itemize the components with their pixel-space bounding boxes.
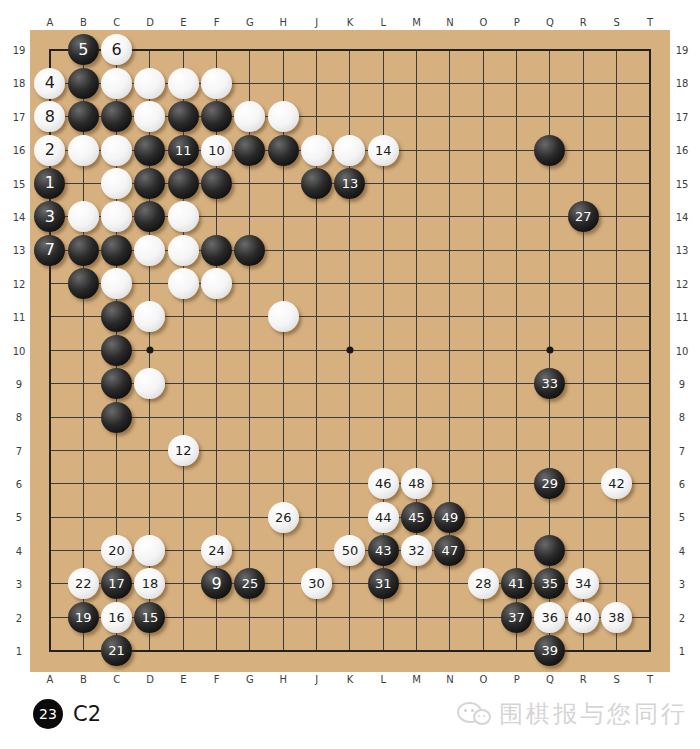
hoshi-Q10 <box>546 347 553 354</box>
coord-bottom-H: H <box>280 674 288 685</box>
point-A5 <box>33 501 66 534</box>
point-B1 <box>67 634 100 667</box>
point-A19 <box>33 33 66 66</box>
watermark-text: 围棋报与您同行 <box>499 698 688 730</box>
black-stone-F3: 9 <box>201 568 232 599</box>
point-B19: 5 <box>67 33 100 66</box>
point-J15 <box>300 167 333 200</box>
point-B9 <box>67 367 100 400</box>
point-H11 <box>267 300 300 333</box>
point-H5: 26 <box>267 501 300 534</box>
coord-right-5: 5 <box>679 512 685 523</box>
point-L4: 43 <box>367 534 400 567</box>
point-A15: 1 <box>33 167 66 200</box>
coord-right-12: 12 <box>676 278 689 289</box>
point-T16 <box>633 133 666 166</box>
point-O3: 28 <box>467 567 500 600</box>
point-G4 <box>233 534 266 567</box>
point-R18 <box>567 67 600 100</box>
move-caption: 23 C2 <box>33 699 101 729</box>
point-O8 <box>467 400 500 433</box>
point-B16 <box>67 133 100 166</box>
white-stone-H5: 26 <box>268 502 299 533</box>
point-K14 <box>333 200 366 233</box>
coord-right-14: 14 <box>676 211 689 222</box>
stone-label: 13 <box>342 177 359 190</box>
black-stone-B18 <box>68 68 99 99</box>
point-A13: 7 <box>33 234 66 267</box>
point-P10 <box>500 334 533 367</box>
point-K4: 50 <box>333 534 366 567</box>
point-N5: 49 <box>433 501 466 534</box>
point-Q12 <box>533 267 566 300</box>
black-stone-K15: 13 <box>334 168 365 199</box>
coord-left-6: 6 <box>16 479 22 490</box>
black-stone-D16 <box>134 135 165 166</box>
black-stone-R14: 27 <box>568 201 599 232</box>
coord-top-R: R <box>580 17 587 28</box>
coord-bottom-L: L <box>381 674 387 685</box>
white-stone-A16: 2 <box>34 135 65 166</box>
stone-label: 4 <box>45 75 55 91</box>
coord-bottom-K: K <box>347 674 354 685</box>
coord-right-19: 19 <box>676 45 689 56</box>
point-K12 <box>333 267 366 300</box>
point-G1 <box>233 634 266 667</box>
point-R2: 40 <box>567 601 600 634</box>
white-stone-A17: 8 <box>34 101 65 132</box>
point-S7 <box>600 434 633 467</box>
point-D2: 15 <box>133 601 166 634</box>
point-M13 <box>400 234 433 267</box>
point-B17 <box>67 100 100 133</box>
point-O16 <box>467 133 500 166</box>
coord-left-12: 12 <box>13 278 26 289</box>
stone-label: 32 <box>408 544 425 557</box>
point-O9 <box>467 367 500 400</box>
point-K8 <box>333 400 366 433</box>
point-S17 <box>600 100 633 133</box>
point-G19 <box>233 33 266 66</box>
white-stone-D18 <box>134 68 165 99</box>
coord-top-D: D <box>146 17 154 28</box>
stone-label: 39 <box>542 644 559 657</box>
point-K16 <box>333 133 366 166</box>
point-L13 <box>367 234 400 267</box>
board-grid: 5648211101411332773312464829422644454920… <box>33 33 666 667</box>
white-stone-M4: 32 <box>401 535 432 566</box>
point-E15 <box>167 167 200 200</box>
point-J14 <box>300 200 333 233</box>
point-S12 <box>600 267 633 300</box>
white-stone-C19: 6 <box>101 34 132 65</box>
point-N10 <box>433 334 466 367</box>
point-H2 <box>267 601 300 634</box>
point-N17 <box>433 100 466 133</box>
point-K15: 13 <box>333 167 366 200</box>
point-E18 <box>167 67 200 100</box>
point-T8 <box>633 400 666 433</box>
point-A18: 4 <box>33 67 66 100</box>
point-D13 <box>133 234 166 267</box>
point-F2 <box>200 601 233 634</box>
point-T12 <box>633 267 666 300</box>
point-F7 <box>200 434 233 467</box>
point-M3 <box>400 567 433 600</box>
point-P15 <box>500 167 533 200</box>
point-E1 <box>167 634 200 667</box>
point-M6: 48 <box>400 467 433 500</box>
point-A8 <box>33 400 66 433</box>
point-E2 <box>167 601 200 634</box>
point-O12 <box>467 267 500 300</box>
point-G15 <box>233 167 266 200</box>
stone-label: 8 <box>45 109 55 125</box>
coord-right-13: 13 <box>676 245 689 256</box>
point-E9 <box>167 367 200 400</box>
point-J5 <box>300 501 333 534</box>
white-stone-L16: 14 <box>368 135 399 166</box>
stone-label: 17 <box>108 577 125 590</box>
point-J18 <box>300 67 333 100</box>
black-stone-F17 <box>201 101 232 132</box>
stone-label: 46 <box>375 477 392 490</box>
point-J17 <box>300 100 333 133</box>
coord-top-N: N <box>446 17 453 28</box>
point-O15 <box>467 167 500 200</box>
point-Q5 <box>533 501 566 534</box>
stone-label: 1 <box>45 175 55 191</box>
stone-label: 35 <box>542 577 559 590</box>
point-S18 <box>600 67 633 100</box>
coord-right-16: 16 <box>676 145 689 156</box>
point-T19 <box>633 33 666 66</box>
point-R13 <box>567 234 600 267</box>
point-G11 <box>233 300 266 333</box>
point-K9 <box>333 367 366 400</box>
point-N1 <box>433 634 466 667</box>
point-C2: 16 <box>100 601 133 634</box>
point-E10 <box>167 334 200 367</box>
point-C15 <box>100 167 133 200</box>
point-A7 <box>33 434 66 467</box>
point-Q4 <box>533 534 566 567</box>
white-stone-K16 <box>334 135 365 166</box>
point-M19 <box>400 33 433 66</box>
white-stone-E13 <box>168 235 199 266</box>
black-stone-B13 <box>68 235 99 266</box>
coord-right-9: 9 <box>679 378 685 389</box>
point-D8 <box>133 400 166 433</box>
point-Q10 <box>533 334 566 367</box>
point-E13 <box>167 234 200 267</box>
point-H19 <box>267 33 300 66</box>
point-L16: 14 <box>367 133 400 166</box>
point-C7 <box>100 434 133 467</box>
coord-left-10: 10 <box>13 345 26 356</box>
stone-label: 28 <box>475 577 492 590</box>
coord-left-7: 7 <box>16 445 22 456</box>
coord-left-14: 14 <box>13 211 26 222</box>
point-F3: 9 <box>200 567 233 600</box>
coord-top-C: C <box>113 17 120 28</box>
black-stone-A15: 1 <box>34 168 65 199</box>
point-N7 <box>433 434 466 467</box>
stone-label: 19 <box>75 611 92 624</box>
point-N3 <box>433 567 466 600</box>
go-diagram-page: 5648211101411332773312464829422644454920… <box>0 0 700 749</box>
point-S19 <box>600 33 633 66</box>
point-N6 <box>433 467 466 500</box>
coord-top-Q: Q <box>546 17 554 28</box>
point-A2 <box>33 601 66 634</box>
coord-left-17: 17 <box>13 111 26 122</box>
point-T7 <box>633 434 666 467</box>
point-P19 <box>500 33 533 66</box>
point-R17 <box>567 100 600 133</box>
point-L3: 31 <box>367 567 400 600</box>
black-stone-C3: 17 <box>101 568 132 599</box>
point-P7 <box>500 434 533 467</box>
point-P17 <box>500 100 533 133</box>
point-L19 <box>367 33 400 66</box>
point-H3 <box>267 567 300 600</box>
white-stone-S6: 42 <box>601 468 632 499</box>
point-S6: 42 <box>600 467 633 500</box>
stone-label: 45 <box>408 511 425 524</box>
point-N2 <box>433 601 466 634</box>
black-stone-Q9: 33 <box>534 368 565 399</box>
point-M7 <box>400 434 433 467</box>
point-S11 <box>600 300 633 333</box>
point-K10 <box>333 334 366 367</box>
point-T14 <box>633 200 666 233</box>
point-K2 <box>333 601 366 634</box>
point-Q7 <box>533 434 566 467</box>
point-C13 <box>100 234 133 267</box>
coord-right-8: 8 <box>679 412 685 423</box>
stone-label: 33 <box>542 377 559 390</box>
point-N15 <box>433 167 466 200</box>
coord-right-7: 7 <box>679 445 685 456</box>
stone-label: 25 <box>242 577 259 590</box>
point-T15 <box>633 167 666 200</box>
point-N13 <box>433 234 466 267</box>
point-D10 <box>133 334 166 367</box>
point-C3: 17 <box>100 567 133 600</box>
point-E8 <box>167 400 200 433</box>
white-stone-C2: 16 <box>101 602 132 633</box>
black-stone-F15 <box>201 168 232 199</box>
point-G5 <box>233 501 266 534</box>
point-G7 <box>233 434 266 467</box>
point-Q3: 35 <box>533 567 566 600</box>
black-stone-C17 <box>101 101 132 132</box>
stone-label: 50 <box>342 544 359 557</box>
point-H9 <box>267 367 300 400</box>
point-Q15 <box>533 167 566 200</box>
white-stone-R3: 34 <box>568 568 599 599</box>
point-B11 <box>67 300 100 333</box>
coord-top-L: L <box>381 17 387 28</box>
point-K6 <box>333 467 366 500</box>
stone-label: 41 <box>508 577 525 590</box>
point-F18 <box>200 67 233 100</box>
point-G18 <box>233 67 266 100</box>
coord-left-5: 5 <box>16 512 22 523</box>
point-K5 <box>333 501 366 534</box>
point-B10 <box>67 334 100 367</box>
point-F11 <box>200 300 233 333</box>
stone-label: 6 <box>112 42 122 58</box>
point-Q17 <box>533 100 566 133</box>
point-R9 <box>567 367 600 400</box>
stone-label: 40 <box>575 611 592 624</box>
white-stone-C12 <box>101 268 132 299</box>
point-K13 <box>333 234 366 267</box>
white-stone-E7: 12 <box>168 435 199 466</box>
hoshi-D10 <box>146 347 153 354</box>
point-N9 <box>433 367 466 400</box>
watermark: 围棋报与您同行 <box>457 698 688 730</box>
point-T4 <box>633 534 666 567</box>
coord-top-H: H <box>280 17 288 28</box>
white-stone-G17 <box>234 101 265 132</box>
point-K19 <box>333 33 366 66</box>
white-stone-L5: 44 <box>368 502 399 533</box>
point-P8 <box>500 400 533 433</box>
point-B4 <box>67 534 100 567</box>
point-A11 <box>33 300 66 333</box>
point-R11 <box>567 300 600 333</box>
point-R16 <box>567 133 600 166</box>
stone-label: 15 <box>142 611 159 624</box>
stone-label: 20 <box>108 544 125 557</box>
stone-label: 2 <box>45 142 55 158</box>
point-M2 <box>400 601 433 634</box>
point-E6 <box>167 467 200 500</box>
point-T5 <box>633 501 666 534</box>
coord-left-4: 4 <box>16 545 22 556</box>
black-stone-N5: 49 <box>434 502 465 533</box>
caption-stone-black-23: 23 <box>33 699 63 729</box>
black-stone-E17 <box>168 101 199 132</box>
point-B12 <box>67 267 100 300</box>
point-G13 <box>233 234 266 267</box>
coord-top-A: A <box>47 17 54 28</box>
point-B13 <box>67 234 100 267</box>
point-S9 <box>600 367 633 400</box>
coord-bottom-S: S <box>613 674 619 685</box>
point-M4: 32 <box>400 534 433 567</box>
point-P11 <box>500 300 533 333</box>
white-stone-C16 <box>101 135 132 166</box>
stone-label: 22 <box>75 577 92 590</box>
point-E7: 12 <box>167 434 200 467</box>
black-stone-Q4 <box>534 535 565 566</box>
point-E3 <box>167 567 200 600</box>
coord-left-8: 8 <box>16 412 22 423</box>
point-C5 <box>100 501 133 534</box>
stone-label: 21 <box>108 644 125 657</box>
point-Q11 <box>533 300 566 333</box>
point-T3 <box>633 567 666 600</box>
point-J11 <box>300 300 333 333</box>
stone-label: 24 <box>208 544 225 557</box>
point-J2 <box>300 601 333 634</box>
point-P9 <box>500 367 533 400</box>
hoshi-K10 <box>346 347 353 354</box>
point-N4: 47 <box>433 534 466 567</box>
white-stone-F12 <box>201 268 232 299</box>
point-H12 <box>267 267 300 300</box>
point-D17 <box>133 100 166 133</box>
point-G8 <box>233 400 266 433</box>
point-R1 <box>567 634 600 667</box>
point-C17 <box>100 100 133 133</box>
point-E11 <box>167 300 200 333</box>
stone-label: 9 <box>212 576 222 592</box>
wechat-icon <box>457 700 493 728</box>
coord-left-9: 9 <box>16 378 22 389</box>
black-stone-M5: 45 <box>401 502 432 533</box>
black-stone-P3: 41 <box>501 568 532 599</box>
coord-bottom-N: N <box>446 674 453 685</box>
stone-label: 14 <box>375 144 392 157</box>
white-stone-C4: 20 <box>101 535 132 566</box>
white-stone-D17 <box>134 101 165 132</box>
point-G16 <box>233 133 266 166</box>
point-L1 <box>367 634 400 667</box>
white-stone-C15 <box>101 168 132 199</box>
point-P6 <box>500 467 533 500</box>
point-T2 <box>633 601 666 634</box>
stone-label: 36 <box>542 611 559 624</box>
point-C4: 20 <box>100 534 133 567</box>
point-Q1: 39 <box>533 634 566 667</box>
point-B6 <box>67 467 100 500</box>
stone-label: 31 <box>375 577 392 590</box>
point-B18 <box>67 67 100 100</box>
point-G17 <box>233 100 266 133</box>
point-H8 <box>267 400 300 433</box>
coord-top-J: J <box>315 17 318 28</box>
stone-label: 43 <box>375 544 392 557</box>
point-O1 <box>467 634 500 667</box>
point-E5 <box>167 501 200 534</box>
point-B5 <box>67 501 100 534</box>
white-stone-Q2: 36 <box>534 602 565 633</box>
point-Q6: 29 <box>533 467 566 500</box>
point-F10 <box>200 334 233 367</box>
point-M5: 45 <box>400 501 433 534</box>
point-R5 <box>567 501 600 534</box>
point-P1 <box>500 634 533 667</box>
point-C19: 6 <box>100 33 133 66</box>
point-G14 <box>233 200 266 233</box>
point-T11 <box>633 300 666 333</box>
coord-bottom-J: J <box>315 674 318 685</box>
point-Q18 <box>533 67 566 100</box>
point-S14 <box>600 200 633 233</box>
point-A10 <box>33 334 66 367</box>
white-stone-B3: 22 <box>68 568 99 599</box>
point-P5 <box>500 501 533 534</box>
point-P16 <box>500 133 533 166</box>
point-C8 <box>100 400 133 433</box>
point-T18 <box>633 67 666 100</box>
coord-right-15: 15 <box>676 178 689 189</box>
